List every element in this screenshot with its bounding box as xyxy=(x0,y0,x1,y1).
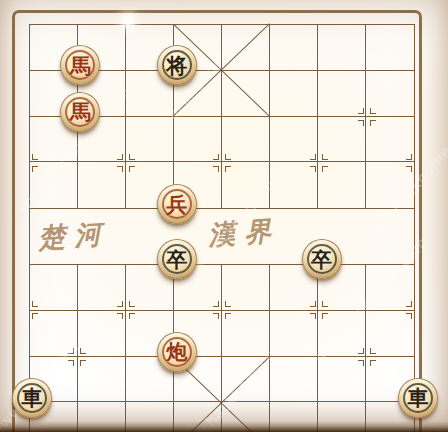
position-marker-corner xyxy=(406,154,412,160)
piece-red-cannon[interactable]: 炮 xyxy=(157,332,197,372)
position-marker-corner xyxy=(213,154,219,160)
grid-cell xyxy=(318,402,366,432)
piece-character: 将 xyxy=(166,55,187,76)
position-marker-corner xyxy=(322,166,328,172)
piece-red-horse-2[interactable]: 馬 xyxy=(60,92,100,132)
position-marker-corner xyxy=(117,166,123,172)
grid-cell xyxy=(270,71,318,117)
position-marker-corner xyxy=(129,313,135,319)
position-marker-corner xyxy=(68,360,74,366)
grid-cell xyxy=(366,25,414,71)
position-marker-corner xyxy=(370,108,376,114)
position-marker-corner xyxy=(32,166,38,172)
position-marker-corner xyxy=(358,108,364,114)
grid-cell xyxy=(270,402,318,432)
position-marker-corner xyxy=(129,166,135,172)
position-marker-corner xyxy=(117,301,123,307)
piece-black-chariot-1[interactable]: 車 xyxy=(12,378,52,418)
position-marker-corner xyxy=(406,166,412,172)
position-marker-corner xyxy=(358,120,364,126)
position-marker-corner xyxy=(322,313,328,319)
piece-character: 車 xyxy=(408,387,429,408)
xiangqi-board[interactable]: 楚河 漢界 www.hackhome.comwww.hackhome.comww… xyxy=(0,0,448,432)
grid-cell xyxy=(222,25,270,71)
position-marker-corner xyxy=(129,154,135,160)
piece-character: 馬 xyxy=(70,101,91,122)
position-marker-corner xyxy=(358,360,364,366)
piece-black-chariot-2[interactable]: 車 xyxy=(398,378,438,418)
position-marker-corner xyxy=(322,301,328,307)
position-marker-corner xyxy=(32,301,38,307)
position-marker-corner xyxy=(213,301,219,307)
piece-red-soldier[interactable]: 兵 xyxy=(157,184,197,224)
grid-cell xyxy=(126,402,174,432)
position-marker-corner xyxy=(310,313,316,319)
position-marker-corner xyxy=(406,313,412,319)
grid-cell xyxy=(270,25,318,71)
piece-character: 馬 xyxy=(70,55,91,76)
position-marker-corner xyxy=(68,348,74,354)
piece-character: 炮 xyxy=(166,341,187,362)
position-marker-corner xyxy=(310,154,316,160)
river: 楚河 漢界 xyxy=(29,209,415,264)
position-marker-corner xyxy=(213,166,219,172)
piece-black-general[interactable]: 将 xyxy=(157,45,197,85)
position-marker-corner xyxy=(225,166,231,172)
grid-cell xyxy=(78,402,126,432)
position-marker-corner xyxy=(225,313,231,319)
piece-character: 卒 xyxy=(166,249,187,270)
position-marker-corner xyxy=(406,301,412,307)
position-marker-corner xyxy=(370,348,376,354)
river-label-han: 漢界 xyxy=(207,213,281,254)
sparkle-highlight-dot xyxy=(123,16,133,26)
position-marker-corner xyxy=(370,360,376,366)
position-marker-corner xyxy=(32,313,38,319)
river-label-chu: 楚河 xyxy=(37,216,111,257)
grid-cell xyxy=(318,25,366,71)
position-marker-corner xyxy=(129,301,135,307)
piece-black-soldier-2[interactable]: 卒 xyxy=(302,239,342,279)
position-marker-corner xyxy=(310,166,316,172)
piece-character: 車 xyxy=(22,387,43,408)
position-marker-corner xyxy=(80,360,86,366)
position-marker-corner xyxy=(370,120,376,126)
position-marker-corner xyxy=(213,313,219,319)
position-marker-corner xyxy=(80,348,86,354)
position-marker-corner xyxy=(32,154,38,160)
position-marker-corner xyxy=(225,154,231,160)
piece-character: 卒 xyxy=(311,249,332,270)
position-marker-corner xyxy=(117,154,123,160)
position-marker-corner xyxy=(322,154,328,160)
piece-character: 兵 xyxy=(166,194,187,215)
position-marker-corner xyxy=(310,301,316,307)
piece-black-soldier-1[interactable]: 卒 xyxy=(157,239,197,279)
position-marker-corner xyxy=(225,301,231,307)
grid-cell xyxy=(270,357,318,403)
position-marker-corner xyxy=(117,313,123,319)
position-marker-corner xyxy=(358,348,364,354)
